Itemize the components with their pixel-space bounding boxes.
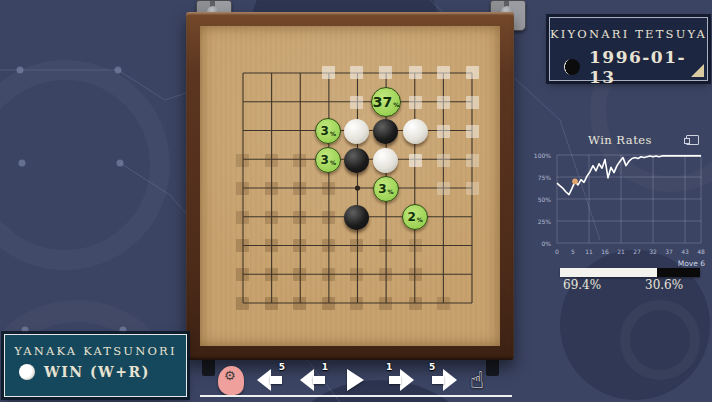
- suggestion-value: 3: [321, 153, 329, 167]
- white-ownership-square: [409, 96, 422, 109]
- board-point-c2r7[interactable]: [257, 232, 285, 261]
- white-ownership-square: [437, 96, 450, 109]
- player-card-white[interactable]: YANAKA KATSUNORI WIN (W+R): [4, 334, 187, 397]
- forward-5-label: 5: [429, 362, 435, 372]
- forward-1-button[interactable]: 1: [384, 362, 414, 398]
- board-point-c2r9[interactable]: [257, 289, 285, 318]
- y-tick-label: 50%: [527, 196, 551, 203]
- board-point-c9r1[interactable]: [458, 59, 486, 88]
- board-point-c8r5[interactable]: [429, 174, 457, 203]
- black-ownership-square: [265, 297, 278, 310]
- black-ownership-square: [409, 239, 422, 252]
- board-point-c2r3[interactable]: [257, 117, 285, 146]
- y-tick-label: 0%: [527, 240, 551, 247]
- black-ownership-square: [350, 239, 363, 252]
- app-window: 37%3%3%3%2% KIYONARI TETSUYA 1996-01-13 …: [0, 0, 712, 402]
- white-ownership-square: [466, 66, 479, 79]
- board-point-c1r2[interactable]: [229, 87, 257, 117]
- board-point-c8r4[interactable]: [429, 146, 457, 175]
- board-point-c1r7[interactable]: [229, 232, 257, 261]
- board-point-c7r4[interactable]: [401, 146, 429, 175]
- winrate-chart: [553, 151, 705, 251]
- y-tick-label: 25%: [527, 218, 551, 225]
- black-ownership-square: [437, 297, 450, 310]
- play-icon: [347, 369, 364, 391]
- white-ownership-square: [466, 182, 479, 195]
- board-point-c7r8[interactable]: [401, 260, 429, 289]
- black-ownership-square: [322, 268, 335, 281]
- board-point-c2r8[interactable]: [257, 260, 285, 289]
- chart-title: Win Rates: [545, 133, 695, 147]
- board-point-c9r7[interactable]: [458, 232, 486, 261]
- game-result: WIN (W+R): [44, 364, 150, 380]
- black-ownership-square: [293, 154, 306, 167]
- board-point-c8r6[interactable]: [429, 203, 457, 232]
- board-point-c4r2[interactable]: [314, 87, 342, 117]
- black-stone-icon: [564, 59, 580, 75]
- board-point-c1r4[interactable]: [229, 146, 257, 175]
- black-ownership-square: [293, 268, 306, 281]
- board-point-c5r9[interactable]: [342, 289, 370, 318]
- x-tick-label: 37: [661, 248, 677, 255]
- board-point-c3r4[interactable]: [286, 146, 314, 175]
- board-point-c3r2[interactable]: [286, 87, 314, 117]
- board-grid: 37%3%3%3%2%: [229, 59, 487, 318]
- board-point-c5r4[interactable]: [342, 146, 370, 175]
- board-point-c2r1[interactable]: [257, 59, 285, 88]
- board-point-c8r7[interactable]: [429, 232, 457, 261]
- x-tick-label: 16: [597, 248, 613, 255]
- black-ownership-square: [293, 182, 306, 195]
- go-board: 37%3%3%3%2%: [200, 26, 500, 346]
- black-ownership-square: [265, 239, 278, 252]
- bg-ring: [0, 60, 170, 270]
- head-icon: ⚙: [218, 366, 244, 395]
- board-point-c1r6[interactable]: [229, 203, 257, 232]
- back-1-button[interactable]: 1: [300, 362, 330, 398]
- board-point-c4r3[interactable]: 3%: [314, 117, 342, 146]
- black-ownership-square: [236, 211, 249, 224]
- black-player-name: KIYONARI TETSUYA: [550, 27, 707, 41]
- black-ownership-square: [236, 239, 249, 252]
- board-point-c7r5[interactable]: [401, 174, 429, 203]
- suggestion-value: 3: [378, 182, 386, 196]
- hand-tool-button[interactable]: ☝: [470, 362, 484, 398]
- card-expand-triangle[interactable]: [691, 64, 704, 77]
- white-ownership-square: [466, 125, 479, 138]
- suggestion-value: 3: [321, 124, 329, 138]
- white-ownership-square: [437, 154, 450, 167]
- board-point-c3r5[interactable]: [286, 174, 314, 203]
- white-player-name: YANAKA KATSUNORI: [5, 344, 186, 358]
- black-ownership-square: [265, 154, 278, 167]
- board-point-c2r6[interactable]: [257, 203, 285, 232]
- chart-expand-icon[interactable]: [686, 135, 699, 145]
- board-point-c5r8[interactable]: [342, 260, 370, 289]
- white-ownership-square: [409, 66, 422, 79]
- board-point-c4r6[interactable]: [314, 203, 342, 232]
- black-ownership-square: [265, 268, 278, 281]
- board-point-c5r5[interactable]: [342, 174, 370, 203]
- game-date: 1996-01-13: [589, 47, 707, 87]
- board-point-c2r4[interactable]: [257, 146, 285, 175]
- white-stone: [344, 119, 369, 144]
- white-ownership-square: [437, 66, 450, 79]
- board-point-c8r1[interactable]: [429, 59, 457, 88]
- arrow-right-icon: 5: [427, 369, 457, 391]
- board-point-c6r1[interactable]: [371, 59, 401, 88]
- board-point-c4r5[interactable]: [314, 174, 342, 203]
- black-ownership-square: [409, 268, 422, 281]
- arrow-right-icon: 1: [384, 369, 414, 391]
- board-point-c3r7[interactable]: [286, 232, 314, 261]
- black-ownership-square: [322, 239, 335, 252]
- controls-underline: [200, 395, 512, 397]
- move-suggestion-badge[interactable]: 3%: [315, 147, 341, 173]
- percent-sign: %: [330, 159, 336, 166]
- player-card-black[interactable]: KIYONARI TETSUYA 1996-01-13: [549, 17, 708, 81]
- board-point-c3r1[interactable]: [286, 59, 314, 88]
- board-point-c9r4[interactable]: [458, 146, 486, 175]
- play-button[interactable]: [347, 362, 364, 398]
- board-point-c9r3[interactable]: [458, 117, 486, 146]
- board-point-c1r8[interactable]: [229, 260, 257, 289]
- board-point-c9r8[interactable]: [458, 260, 486, 289]
- winrate-bar: [560, 268, 700, 277]
- board-point-c3r6[interactable]: [286, 203, 314, 232]
- y-tick-label: 100%: [527, 152, 551, 159]
- white-stone-icon: [19, 364, 35, 380]
- current-move-label: Move 6: [625, 259, 705, 268]
- move-suggestion-badge[interactable]: 3%: [315, 118, 341, 144]
- percent-sign: %: [417, 216, 423, 223]
- board-point-c6r7[interactable]: [371, 232, 401, 261]
- percent-sign: %: [388, 188, 394, 195]
- white-ownership-square: [437, 125, 450, 138]
- board-point-c9r9[interactable]: [458, 289, 486, 318]
- white-ownership-square: [466, 154, 479, 167]
- board-point-c5r3[interactable]: [342, 117, 370, 146]
- board-point-c4r8[interactable]: [314, 260, 342, 289]
- black-ownership-square: [236, 182, 249, 195]
- suggestion-value: 37: [373, 94, 392, 110]
- back-5-button[interactable]: 5: [257, 362, 287, 398]
- black-ownership-square: [236, 297, 249, 310]
- y-tick-label: 75%: [527, 174, 551, 181]
- board-point-c3r3[interactable]: [286, 117, 314, 146]
- x-tick-label: 43: [677, 248, 693, 255]
- black-ownership-square: [322, 211, 335, 224]
- white-ownership-square: [350, 66, 363, 79]
- arrow-left-icon: 5: [257, 369, 287, 391]
- x-tick-label: 32: [645, 248, 661, 255]
- board-point-c4r4[interactable]: 3%: [314, 146, 342, 175]
- board-point-c8r2[interactable]: [429, 87, 457, 117]
- board-point-c7r9[interactable]: [401, 289, 429, 318]
- board-point-c7r2[interactable]: [401, 87, 429, 117]
- black-ownership-square: [350, 297, 363, 310]
- board-point-c2r5[interactable]: [257, 174, 285, 203]
- board-point-c7r3[interactable]: [401, 117, 429, 146]
- go-board-frame: 37%3%3%3%2%: [186, 12, 514, 360]
- board-point-c8r9[interactable]: [429, 289, 457, 318]
- move-suggestion-badge[interactable]: 37%: [371, 87, 401, 117]
- board-point-c2r2[interactable]: [257, 87, 285, 117]
- board-point-c7r6[interactable]: 2%: [401, 203, 429, 232]
- board-point-c6r4[interactable]: [371, 146, 401, 175]
- board-point-c5r6[interactable]: [342, 203, 370, 232]
- black-ownership-square: [236, 268, 249, 281]
- black-stone: [344, 148, 369, 173]
- black-stone: [373, 119, 398, 144]
- board-point-c5r2[interactable]: [342, 87, 370, 117]
- forward-1-label: 1: [386, 362, 392, 372]
- black-ownership-square: [350, 268, 363, 281]
- move-suggestion-badge[interactable]: 3%: [373, 176, 399, 202]
- board-point-c5r7[interactable]: [342, 232, 370, 261]
- pointing-hand-icon: ☝: [470, 367, 484, 393]
- board-point-c9r2[interactable]: [458, 87, 486, 117]
- x-tick-label: 27: [629, 248, 645, 255]
- board-point-c6r9[interactable]: [371, 289, 401, 318]
- board-point-c1r5[interactable]: [229, 174, 257, 203]
- white-ownership-square: [409, 154, 422, 167]
- winrate-bar-black: [657, 268, 700, 277]
- white-stone: [403, 119, 428, 144]
- board-point-c6r5[interactable]: 3%: [371, 174, 401, 203]
- black-stone: [344, 205, 369, 230]
- percent-sign: %: [330, 130, 336, 137]
- black-ownership-square: [322, 297, 335, 310]
- bg-ring: [620, 300, 700, 380]
- back-1-label: 1: [322, 362, 328, 372]
- board-point-c1r3[interactable]: [229, 117, 257, 146]
- black-ownership-square: [293, 239, 306, 252]
- board-point-c9r6[interactable]: [458, 203, 486, 232]
- black-ownership-square: [265, 211, 278, 224]
- winrate-bar-white: [560, 268, 657, 277]
- x-tick-label: 21: [613, 248, 629, 255]
- white-ownership-square: [437, 182, 450, 195]
- board-point-c6r3[interactable]: [371, 117, 401, 146]
- white-ownership-square: [379, 66, 392, 79]
- board-point-c4r1[interactable]: [314, 59, 342, 88]
- percent-sign: %: [393, 101, 399, 108]
- board-point-c8r3[interactable]: [429, 117, 457, 146]
- white-ownership-square: [322, 66, 335, 79]
- board-point-c4r7[interactable]: [314, 232, 342, 261]
- board-point-c6r8[interactable]: [371, 260, 401, 289]
- forward-5-button[interactable]: 5: [427, 362, 457, 398]
- move-suggestion-badge[interactable]: 2%: [402, 204, 428, 230]
- x-tick-label: 0: [549, 248, 565, 255]
- black-ownership-square: [236, 154, 249, 167]
- board-point-c7r7[interactable]: [401, 232, 429, 261]
- board-point-c1r1[interactable]: [229, 59, 257, 88]
- x-tick-label: 5: [565, 248, 581, 255]
- x-tick-label: 11: [581, 248, 597, 255]
- black-ownership-square: [409, 297, 422, 310]
- black-ownership-square: [379, 239, 392, 252]
- board-point-c6r2[interactable]: 37%: [371, 87, 401, 117]
- board-point-c9r5[interactable]: [458, 174, 486, 203]
- board-point-c7r1[interactable]: [401, 59, 429, 88]
- board-point-c8r8[interactable]: [429, 260, 457, 289]
- white-winrate-value: 69.4%: [563, 278, 601, 292]
- arrow-left-icon: 1: [300, 369, 330, 391]
- black-ownership-square: [379, 268, 392, 281]
- black-winrate-value: 30.6%: [645, 278, 683, 292]
- board-point-c3r9[interactable]: [286, 289, 314, 318]
- white-stone: [373, 148, 398, 173]
- board-point-c3r8[interactable]: [286, 260, 314, 289]
- white-ownership-square: [466, 96, 479, 109]
- board-point-c1r9[interactable]: [229, 289, 257, 318]
- black-ownership-square: [265, 182, 278, 195]
- board-point-c6r6[interactable]: [371, 203, 401, 232]
- black-ownership-square: [293, 297, 306, 310]
- white-ownership-square: [350, 96, 363, 109]
- analysis-toggle-button[interactable]: ⚙: [218, 362, 244, 398]
- back-5-label: 5: [279, 362, 285, 372]
- suggestion-value: 2: [407, 210, 415, 224]
- board-point-c5r1[interactable]: [342, 59, 370, 88]
- black-ownership-square: [379, 297, 392, 310]
- x-tick-label: 48: [693, 248, 709, 255]
- board-point-c4r9[interactable]: [314, 289, 342, 318]
- black-ownership-square: [293, 211, 306, 224]
- gear-icon: ⚙: [224, 368, 236, 383]
- black-ownership-square: [322, 182, 335, 195]
